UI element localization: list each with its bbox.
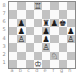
square-h3[interactable] (67, 43, 75, 51)
chess-board: ♖♟♜♟♚♟♟♟♙♟♙♙♘♔ (8, 1, 76, 69)
piece-black-rook[interactable]: ♜ (42, 19, 50, 27)
piece-black-pawn[interactable]: ♟ (18, 27, 26, 35)
square-d3[interactable] (34, 43, 42, 51)
square-h7[interactable] (67, 10, 75, 18)
square-b3[interactable] (17, 43, 25, 51)
rank-label-2: 2 (0, 51, 8, 59)
square-c3[interactable] (26, 43, 34, 51)
square-h8[interactable] (67, 2, 75, 10)
square-e6[interactable]: ♜ (42, 19, 50, 27)
file-label-h: h (66, 67, 74, 74)
piece-white-pawn[interactable]: ♙ (18, 35, 26, 43)
square-g2[interactable] (59, 52, 67, 60)
piece-white-knight[interactable]: ♘ (51, 52, 59, 60)
square-e2[interactable] (42, 52, 50, 60)
square-h4[interactable]: ♙ (67, 35, 75, 43)
square-b7[interactable] (17, 10, 25, 18)
square-d5[interactable] (34, 27, 42, 35)
file-label-g: g (58, 67, 66, 74)
square-b5[interactable]: ♟ (17, 27, 25, 35)
square-b6[interactable]: ♟ (17, 19, 25, 27)
square-b4[interactable]: ♙ (17, 35, 25, 43)
square-a4[interactable] (9, 35, 17, 43)
square-g8[interactable] (59, 2, 67, 10)
rank-label-3: 3 (0, 42, 8, 50)
square-a8[interactable] (9, 2, 17, 10)
rank-label-4: 4 (0, 34, 8, 42)
square-f2[interactable]: ♘ (50, 52, 58, 60)
piece-black-king[interactable]: ♚ (59, 19, 67, 27)
square-e8[interactable] (42, 2, 50, 10)
file-label-c: c (25, 67, 33, 74)
square-g3[interactable] (59, 43, 67, 51)
square-g5[interactable] (59, 27, 67, 35)
square-c4[interactable] (26, 35, 34, 43)
square-a7[interactable] (9, 10, 17, 18)
rank-label-5: 5 (0, 26, 8, 34)
square-d8[interactable]: ♖ (34, 2, 42, 10)
piece-white-pawn[interactable]: ♙ (42, 43, 50, 51)
rank-label-6: 6 (0, 18, 8, 26)
square-c2[interactable] (26, 52, 34, 60)
square-e3[interactable]: ♙ (42, 43, 50, 51)
piece-black-pawn[interactable]: ♟ (67, 27, 75, 35)
file-labels: abcdefgh (8, 67, 74, 74)
square-g4[interactable] (59, 35, 67, 43)
square-f4[interactable] (50, 35, 58, 43)
square-g6[interactable]: ♚ (59, 19, 67, 27)
square-f6[interactable]: ♟ (50, 19, 58, 27)
square-c5[interactable] (26, 27, 34, 35)
piece-black-pawn[interactable]: ♟ (42, 27, 50, 35)
rank-label-7: 7 (0, 9, 8, 17)
square-c8[interactable] (26, 2, 34, 10)
square-a6[interactable] (9, 19, 17, 27)
piece-black-pawn[interactable]: ♟ (42, 35, 50, 43)
square-d2[interactable] (34, 52, 42, 60)
square-f8[interactable] (50, 2, 58, 10)
square-f3[interactable] (50, 43, 58, 51)
square-d6[interactable] (34, 19, 42, 27)
file-label-e: e (41, 67, 49, 74)
square-h6[interactable] (67, 19, 75, 27)
piece-white-pawn[interactable]: ♙ (67, 35, 75, 43)
square-a5[interactable] (9, 27, 17, 35)
square-b8[interactable] (17, 2, 25, 10)
square-f7[interactable] (50, 10, 58, 18)
square-g7[interactable] (59, 10, 67, 18)
square-d7[interactable] (34, 10, 42, 18)
file-label-b: b (16, 67, 24, 74)
piece-white-rook[interactable]: ♖ (34, 2, 42, 10)
square-b2[interactable] (17, 52, 25, 60)
square-h2[interactable] (67, 52, 75, 60)
file-label-f: f (49, 67, 57, 74)
square-e5[interactable]: ♟ (42, 27, 50, 35)
rank-label-1: 1 (0, 59, 8, 67)
square-a3[interactable] (9, 43, 17, 51)
file-label-a: a (8, 67, 16, 74)
square-c6[interactable] (26, 19, 34, 27)
square-d4[interactable] (34, 35, 42, 43)
piece-black-pawn[interactable]: ♟ (51, 19, 59, 27)
rank-labels: 87654321 (0, 1, 8, 67)
piece-black-pawn[interactable]: ♟ (18, 19, 26, 27)
square-c7[interactable] (26, 10, 34, 18)
file-label-d: d (33, 67, 41, 74)
square-f5[interactable] (50, 27, 58, 35)
square-e4[interactable]: ♟ (42, 35, 50, 43)
chess-diagram: 87654321 ♖♟♜♟♚♟♟♟♙♟♙♙♘♔ abcdefgh (0, 0, 80, 75)
rank-label-8: 8 (0, 1, 8, 9)
square-a2[interactable] (9, 52, 17, 60)
square-e7[interactable] (42, 10, 50, 18)
square-h5[interactable]: ♟ (67, 27, 75, 35)
